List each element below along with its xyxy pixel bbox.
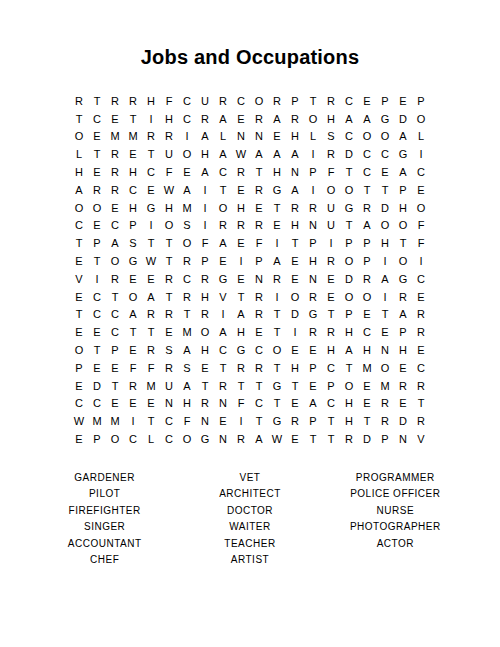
grid-cell-r15c15[interactable]: H — [322, 341, 340, 359]
grid-cell-r7c9[interactable]: O — [214, 199, 232, 217]
grid-cell-r1c2[interactable]: T — [88, 92, 106, 110]
grid-cell-r16c3[interactable]: E — [106, 359, 124, 377]
grid-cell-r15c3[interactable]: P — [106, 341, 124, 359]
grid-cell-r10c14[interactable]: H — [304, 252, 322, 270]
grid-cell-r10c4[interactable]: G — [124, 252, 142, 270]
grid-cell-r4c14[interactable]: I — [304, 145, 322, 163]
grid-cell-r19c6[interactable]: C — [160, 412, 178, 430]
grid-cell-r11c2[interactable]: I — [88, 270, 106, 288]
grid-cell-r7c16[interactable]: G — [340, 199, 358, 217]
grid-cell-r2c15[interactable]: H — [322, 110, 340, 128]
grid-cell-r20c6[interactable]: C — [160, 430, 178, 448]
grid-cell-r6c15[interactable]: O — [322, 181, 340, 199]
grid-cell-r1c6[interactable]: F — [160, 92, 178, 110]
grid-cell-r8c12[interactable]: E — [268, 217, 286, 235]
grid-cell-r13c7[interactable]: T — [178, 306, 196, 324]
grid-cell-r4c20[interactable]: I — [412, 145, 430, 163]
grid-cell-r12c14[interactable]: R — [304, 288, 322, 306]
grid-cell-r2c9[interactable]: A — [214, 110, 232, 128]
grid-cell-r9c17[interactable]: P — [358, 234, 376, 252]
grid-cell-r4c17[interactable]: C — [358, 145, 376, 163]
grid-cell-r12c16[interactable]: O — [340, 288, 358, 306]
grid-cell-r12c2[interactable]: C — [88, 288, 106, 306]
grid-cell-r20c10[interactable]: R — [232, 430, 250, 448]
grid-cell-r8c5[interactable]: I — [142, 217, 160, 235]
grid-cell-r13c14[interactable]: G — [304, 306, 322, 324]
grid-cell-r18c3[interactable]: E — [106, 395, 124, 413]
grid-cell-r6c10[interactable]: E — [232, 181, 250, 199]
grid-cell-r1c12[interactable]: R — [268, 92, 286, 110]
grid-cell-r16c12[interactable]: T — [268, 359, 286, 377]
grid-cell-r18c8[interactable]: R — [196, 395, 214, 413]
grid-cell-r7c12[interactable]: T — [268, 199, 286, 217]
grid-cell-r7c18[interactable]: D — [376, 199, 394, 217]
grid-cell-r5c8[interactable]: A — [196, 163, 214, 181]
grid-cell-r4c18[interactable]: C — [376, 145, 394, 163]
grid-cell-r8c4[interactable]: P — [124, 217, 142, 235]
grid-cell-r12c19[interactable]: R — [394, 288, 412, 306]
grid-cell-r16c14[interactable]: P — [304, 359, 322, 377]
grid-cell-r7c1[interactable]: O — [70, 199, 88, 217]
grid-cell-r9c3[interactable]: A — [106, 234, 124, 252]
grid-cell-r14c17[interactable]: C — [358, 323, 376, 341]
grid-cell-r19c14[interactable]: P — [304, 412, 322, 430]
grid-cell-r12c1[interactable]: E — [70, 288, 88, 306]
grid-cell-r9c9[interactable]: A — [214, 234, 232, 252]
grid-cell-r15c12[interactable]: O — [268, 341, 286, 359]
grid-cell-r13c6[interactable]: R — [160, 306, 178, 324]
grid-cell-r11c13[interactable]: E — [286, 270, 304, 288]
grid-cell-r15c7[interactable]: A — [178, 341, 196, 359]
grid-cell-r4c3[interactable]: R — [106, 145, 124, 163]
grid-cell-r13c8[interactable]: R — [196, 306, 214, 324]
grid-cell-r9c6[interactable]: T — [160, 234, 178, 252]
grid-cell-r1c7[interactable]: C — [178, 92, 196, 110]
grid-cell-r20c1[interactable]: E — [70, 430, 88, 448]
grid-cell-r14c14[interactable]: R — [304, 323, 322, 341]
grid-cell-r17c5[interactable]: M — [142, 377, 160, 395]
grid-cell-r18c17[interactable]: E — [358, 395, 376, 413]
grid-cell-r1c18[interactable]: P — [376, 92, 394, 110]
grid-cell-r10c12[interactable]: A — [268, 252, 286, 270]
grid-cell-r17c4[interactable]: R — [124, 377, 142, 395]
grid-cell-r18c20[interactable]: T — [412, 395, 430, 413]
grid-cell-r6c3[interactable]: R — [106, 181, 124, 199]
grid-cell-r1c19[interactable]: E — [394, 92, 412, 110]
grid-cell-r3c18[interactable]: O — [376, 128, 394, 146]
grid-cell-r6c16[interactable]: O — [340, 181, 358, 199]
grid-cell-r16c11[interactable]: R — [250, 359, 268, 377]
grid-cell-r3c13[interactable]: H — [286, 128, 304, 146]
grid-cell-r11c7[interactable]: C — [178, 270, 196, 288]
grid-cell-r9c20[interactable]: F — [412, 234, 430, 252]
grid-cell-r7c19[interactable]: H — [394, 199, 412, 217]
grid-cell-r6c8[interactable]: I — [196, 181, 214, 199]
grid-cell-r5c2[interactable]: E — [88, 163, 106, 181]
grid-cell-r18c18[interactable]: R — [376, 395, 394, 413]
grid-cell-r18c14[interactable]: A — [304, 395, 322, 413]
grid-cell-r4c6[interactable]: U — [160, 145, 178, 163]
grid-cell-r10c18[interactable]: I — [376, 252, 394, 270]
grid-cell-r6c7[interactable]: A — [178, 181, 196, 199]
grid-cell-r13c10[interactable]: A — [232, 306, 250, 324]
grid-cell-r4c19[interactable]: G — [394, 145, 412, 163]
grid-cell-r2c13[interactable]: R — [286, 110, 304, 128]
grid-cell-r20c9[interactable]: N — [214, 430, 232, 448]
grid-cell-r17c13[interactable]: T — [286, 377, 304, 395]
grid-cell-r14c5[interactable]: T — [142, 323, 160, 341]
grid-cell-r17c8[interactable]: T — [196, 377, 214, 395]
grid-cell-r10c13[interactable]: E — [286, 252, 304, 270]
grid-cell-r5c1[interactable]: H — [70, 163, 88, 181]
grid-cell-r11c14[interactable]: N — [304, 270, 322, 288]
grid-cell-r4c11[interactable]: A — [250, 145, 268, 163]
grid-cell-r12c20[interactable]: E — [412, 288, 430, 306]
grid-cell-r15c16[interactable]: A — [340, 341, 358, 359]
grid-cell-r1c10[interactable]: C — [232, 92, 250, 110]
grid-cell-r13c20[interactable]: R — [412, 306, 430, 324]
grid-cell-r7c10[interactable]: H — [232, 199, 250, 217]
grid-cell-r7c6[interactable]: H — [160, 199, 178, 217]
grid-cell-r2c1[interactable]: T — [70, 110, 88, 128]
grid-cell-r17c9[interactable]: R — [214, 377, 232, 395]
grid-cell-r2c17[interactable]: A — [358, 110, 376, 128]
grid-cell-r12c13[interactable]: O — [286, 288, 304, 306]
grid-cell-r5c14[interactable]: P — [304, 163, 322, 181]
grid-cell-r1c17[interactable]: E — [358, 92, 376, 110]
grid-cell-r18c11[interactable]: C — [250, 395, 268, 413]
grid-cell-r9c12[interactable]: I — [268, 234, 286, 252]
grid-cell-r11c6[interactable]: R — [160, 270, 178, 288]
grid-cell-r19c8[interactable]: N — [196, 412, 214, 430]
grid-cell-r7c2[interactable]: O — [88, 199, 106, 217]
grid-cell-r2c20[interactable]: O — [412, 110, 430, 128]
grid-cell-r10c17[interactable]: P — [358, 252, 376, 270]
grid-cell-r19c7[interactable]: F — [178, 412, 196, 430]
grid-cell-r19c2[interactable]: M — [88, 412, 106, 430]
grid-cell-r9c10[interactable]: E — [232, 234, 250, 252]
grid-cell-r3c16[interactable]: C — [340, 128, 358, 146]
grid-cell-r8c17[interactable]: A — [358, 217, 376, 235]
grid-cell-r20c7[interactable]: O — [178, 430, 196, 448]
grid-cell-r20c11[interactable]: A — [250, 430, 268, 448]
grid-cell-r5c12[interactable]: H — [268, 163, 286, 181]
grid-cell-r16c4[interactable]: F — [124, 359, 142, 377]
grid-cell-r17c16[interactable]: O — [340, 377, 358, 395]
grid-cell-r17c12[interactable]: G — [268, 377, 286, 395]
grid-cell-r14c15[interactable]: R — [322, 323, 340, 341]
grid-cell-r2c7[interactable]: C — [178, 110, 196, 128]
grid-cell-r19c16[interactable]: H — [340, 412, 358, 430]
grid-cell-r8c13[interactable]: H — [286, 217, 304, 235]
grid-cell-r5c10[interactable]: R — [232, 163, 250, 181]
grid-cell-r16c10[interactable]: R — [232, 359, 250, 377]
grid-cell-r7c20[interactable]: O — [412, 199, 430, 217]
grid-cell-r8c10[interactable]: R — [232, 217, 250, 235]
grid-cell-r17c17[interactable]: E — [358, 377, 376, 395]
grid-cell-r16c1[interactable]: P — [70, 359, 88, 377]
grid-cell-r19c17[interactable]: T — [358, 412, 376, 430]
grid-cell-r16c15[interactable]: C — [322, 359, 340, 377]
grid-cell-r3c10[interactable]: N — [232, 128, 250, 146]
grid-cell-r7c15[interactable]: U — [322, 199, 340, 217]
grid-cell-r18c1[interactable]: C — [70, 395, 88, 413]
grid-cell-r3c1[interactable]: O — [70, 128, 88, 146]
grid-cell-r19c9[interactable]: E — [214, 412, 232, 430]
grid-cell-r4c4[interactable]: E — [124, 145, 142, 163]
grid-cell-r10c20[interactable]: I — [412, 252, 430, 270]
grid-cell-r8c20[interactable]: F — [412, 217, 430, 235]
grid-cell-r12c4[interactable]: O — [124, 288, 142, 306]
grid-cell-r11c4[interactable]: E — [124, 270, 142, 288]
grid-cell-r6c5[interactable]: E — [142, 181, 160, 199]
grid-cell-r12c17[interactable]: O — [358, 288, 376, 306]
grid-cell-r19c11[interactable]: T — [250, 412, 268, 430]
grid-cell-r4c1[interactable]: L — [70, 145, 88, 163]
grid-cell-r1c11[interactable]: O — [250, 92, 268, 110]
grid-cell-r3c2[interactable]: E — [88, 128, 106, 146]
grid-cell-r14c9[interactable]: A — [214, 323, 232, 341]
grid-cell-r17c15[interactable]: P — [322, 377, 340, 395]
grid-cell-r14c4[interactable]: T — [124, 323, 142, 341]
grid-cell-r8c15[interactable]: U — [322, 217, 340, 235]
grid-cell-r9c13[interactable]: T — [286, 234, 304, 252]
grid-cell-r3c9[interactable]: L — [214, 128, 232, 146]
grid-cell-r6c14[interactable]: I — [304, 181, 322, 199]
grid-cell-r14c7[interactable]: M — [178, 323, 196, 341]
grid-cell-r6c2[interactable]: R — [88, 181, 106, 199]
grid-cell-r6c11[interactable]: R — [250, 181, 268, 199]
grid-cell-r16c8[interactable]: E — [196, 359, 214, 377]
grid-cell-r9c7[interactable]: O — [178, 234, 196, 252]
grid-cell-r13c5[interactable]: R — [142, 306, 160, 324]
grid-cell-r12c6[interactable]: T — [160, 288, 178, 306]
grid-cell-r17c6[interactable]: U — [160, 377, 178, 395]
grid-cell-r20c17[interactable]: D — [358, 430, 376, 448]
grid-cell-r13c15[interactable]: T — [322, 306, 340, 324]
grid-cell-r13c4[interactable]: A — [124, 306, 142, 324]
grid-cell-r18c12[interactable]: T — [268, 395, 286, 413]
grid-cell-r1c20[interactable]: P — [412, 92, 430, 110]
grid-cell-r15c8[interactable]: H — [196, 341, 214, 359]
grid-cell-r6c20[interactable]: E — [412, 181, 430, 199]
grid-cell-r16c16[interactable]: T — [340, 359, 358, 377]
grid-cell-r13c3[interactable]: C — [106, 306, 124, 324]
grid-cell-r8c7[interactable]: S — [178, 217, 196, 235]
grid-cell-r15c5[interactable]: R — [142, 341, 160, 359]
grid-cell-r18c9[interactable]: N — [214, 395, 232, 413]
grid-cell-r2c8[interactable]: R — [196, 110, 214, 128]
grid-cell-r12c9[interactable]: V — [214, 288, 232, 306]
grid-cell-r14c10[interactable]: H — [232, 323, 250, 341]
grid-cell-r15c2[interactable]: T — [88, 341, 106, 359]
grid-cell-r18c7[interactable]: H — [178, 395, 196, 413]
grid-cell-r2c4[interactable]: T — [124, 110, 142, 128]
grid-cell-r17c2[interactable]: D — [88, 377, 106, 395]
grid-cell-r8c16[interactable]: T — [340, 217, 358, 235]
grid-cell-r14c11[interactable]: E — [250, 323, 268, 341]
grid-cell-r10c6[interactable]: T — [160, 252, 178, 270]
grid-cell-r10c5[interactable]: W — [142, 252, 160, 270]
grid-cell-r13c9[interactable]: I — [214, 306, 232, 324]
grid-cell-r7c17[interactable]: R — [358, 199, 376, 217]
grid-cell-r17c1[interactable]: E — [70, 377, 88, 395]
grid-cell-r8c6[interactable]: O — [160, 217, 178, 235]
grid-cell-r9c11[interactable]: F — [250, 234, 268, 252]
grid-cell-r15c11[interactable]: C — [250, 341, 268, 359]
grid-cell-r20c15[interactable]: T — [322, 430, 340, 448]
grid-cell-r19c18[interactable]: R — [376, 412, 394, 430]
grid-cell-r2c2[interactable]: C — [88, 110, 106, 128]
grid-cell-r1c13[interactable]: P — [286, 92, 304, 110]
grid-cell-r16c18[interactable]: O — [376, 359, 394, 377]
grid-cell-r2c6[interactable]: H — [160, 110, 178, 128]
grid-cell-r18c4[interactable]: E — [124, 395, 142, 413]
grid-cell-r6c1[interactable]: A — [70, 181, 88, 199]
grid-cell-r5c19[interactable]: A — [394, 163, 412, 181]
grid-cell-r3c7[interactable]: I — [178, 128, 196, 146]
grid-cell-r6c17[interactable]: T — [358, 181, 376, 199]
grid-cell-r3c19[interactable]: A — [394, 128, 412, 146]
grid-cell-r9c1[interactable]: T — [70, 234, 88, 252]
grid-cell-r4c2[interactable]: T — [88, 145, 106, 163]
grid-cell-r19c19[interactable]: D — [394, 412, 412, 430]
grid-cell-r10c1[interactable]: E — [70, 252, 88, 270]
grid-cell-r8c11[interactable]: R — [250, 217, 268, 235]
grid-cell-r15c1[interactable]: O — [70, 341, 88, 359]
grid-cell-r12c11[interactable]: R — [250, 288, 268, 306]
grid-cell-r10c10[interactable]: I — [232, 252, 250, 270]
grid-cell-r2c16[interactable]: A — [340, 110, 358, 128]
grid-cell-r1c9[interactable]: R — [214, 92, 232, 110]
grid-cell-r3c17[interactable]: O — [358, 128, 376, 146]
grid-cell-r7c14[interactable]: R — [304, 199, 322, 217]
grid-cell-r8c3[interactable]: C — [106, 217, 124, 235]
grid-cell-r3c5[interactable]: R — [142, 128, 160, 146]
grid-cell-r1c1[interactable]: R — [70, 92, 88, 110]
grid-cell-r2c11[interactable]: R — [250, 110, 268, 128]
grid-cell-r11c18[interactable]: A — [376, 270, 394, 288]
grid-cell-r4c8[interactable]: H — [196, 145, 214, 163]
grid-cell-r11c3[interactable]: R — [106, 270, 124, 288]
grid-cell-r1c8[interactable]: U — [196, 92, 214, 110]
grid-cell-r5c17[interactable]: C — [358, 163, 376, 181]
grid-cell-r14c18[interactable]: E — [376, 323, 394, 341]
grid-cell-r5c7[interactable]: E — [178, 163, 196, 181]
grid-cell-r14c12[interactable]: T — [268, 323, 286, 341]
grid-cell-r5c18[interactable]: E — [376, 163, 394, 181]
grid-cell-r13c11[interactable]: R — [250, 306, 268, 324]
grid-cell-r10c15[interactable]: R — [322, 252, 340, 270]
grid-cell-r1c14[interactable]: T — [304, 92, 322, 110]
grid-cell-r6c4[interactable]: C — [124, 181, 142, 199]
grid-cell-r16c17[interactable]: M — [358, 359, 376, 377]
grid-cell-r20c5[interactable]: L — [142, 430, 160, 448]
grid-cell-r2c18[interactable]: G — [376, 110, 394, 128]
grid-cell-r9c2[interactable]: P — [88, 234, 106, 252]
grid-cell-r8c19[interactable]: O — [394, 217, 412, 235]
grid-cell-r14c20[interactable]: R — [412, 323, 430, 341]
grid-cell-r9c8[interactable]: F — [196, 234, 214, 252]
grid-cell-r20c12[interactable]: W — [268, 430, 286, 448]
grid-cell-r5c13[interactable]: N — [286, 163, 304, 181]
grid-cell-r10c3[interactable]: O — [106, 252, 124, 270]
grid-cell-r2c14[interactable]: O — [304, 110, 322, 128]
grid-cell-r11c8[interactable]: R — [196, 270, 214, 288]
grid-cell-r18c2[interactable]: C — [88, 395, 106, 413]
grid-cell-r2c5[interactable]: I — [142, 110, 160, 128]
grid-cell-r3c14[interactable]: L — [304, 128, 322, 146]
grid-cell-r20c16[interactable]: R — [340, 430, 358, 448]
grid-cell-r18c13[interactable]: E — [286, 395, 304, 413]
grid-cell-r9c15[interactable]: I — [322, 234, 340, 252]
grid-cell-r9c5[interactable]: T — [142, 234, 160, 252]
grid-cell-r9c16[interactable]: P — [340, 234, 358, 252]
grid-cell-r12c10[interactable]: T — [232, 288, 250, 306]
grid-cell-r4c15[interactable]: R — [322, 145, 340, 163]
grid-cell-r2c10[interactable]: E — [232, 110, 250, 128]
grid-cell-r11c12[interactable]: R — [268, 270, 286, 288]
grid-cell-r15c19[interactable]: H — [394, 341, 412, 359]
grid-cell-r20c13[interactable]: E — [286, 430, 304, 448]
grid-cell-r9c18[interactable]: H — [376, 234, 394, 252]
grid-cell-r4c13[interactable]: A — [286, 145, 304, 163]
grid-cell-r14c6[interactable]: E — [160, 323, 178, 341]
grid-cell-r15c18[interactable]: N — [376, 341, 394, 359]
grid-cell-r10c2[interactable]: T — [88, 252, 106, 270]
grid-cell-r9c19[interactable]: T — [394, 234, 412, 252]
grid-cell-r4c7[interactable]: O — [178, 145, 196, 163]
grid-cell-r17c10[interactable]: T — [232, 377, 250, 395]
grid-cell-r7c11[interactable]: E — [250, 199, 268, 217]
grid-cell-r3c12[interactable]: E — [268, 128, 286, 146]
grid-cell-r11c9[interactable]: G — [214, 270, 232, 288]
grid-cell-r1c5[interactable]: H — [142, 92, 160, 110]
grid-cell-r5c9[interactable]: C — [214, 163, 232, 181]
grid-cell-r16c19[interactable]: E — [394, 359, 412, 377]
grid-cell-r19c5[interactable]: T — [142, 412, 160, 430]
grid-cell-r11c17[interactable]: R — [358, 270, 376, 288]
grid-cell-r16c9[interactable]: T — [214, 359, 232, 377]
grid-cell-r13c17[interactable]: E — [358, 306, 376, 324]
grid-cell-r10c9[interactable]: E — [214, 252, 232, 270]
grid-cell-r20c14[interactable]: T — [304, 430, 322, 448]
grid-cell-r4c10[interactable]: W — [232, 145, 250, 163]
grid-cell-r10c11[interactable]: P — [250, 252, 268, 270]
grid-cell-r19c4[interactable]: I — [124, 412, 142, 430]
grid-cell-r1c4[interactable]: R — [124, 92, 142, 110]
grid-cell-r6c13[interactable]: A — [286, 181, 304, 199]
grid-cell-r17c11[interactable]: T — [250, 377, 268, 395]
grid-cell-r19c15[interactable]: T — [322, 412, 340, 430]
grid-cell-r17c3[interactable]: T — [106, 377, 124, 395]
grid-cell-r16c5[interactable]: F — [142, 359, 160, 377]
grid-cell-r15c14[interactable]: E — [304, 341, 322, 359]
grid-cell-r12c3[interactable]: T — [106, 288, 124, 306]
grid-cell-r4c16[interactable]: D — [340, 145, 358, 163]
grid-cell-r14c2[interactable]: E — [88, 323, 106, 341]
grid-cell-r13c16[interactable]: P — [340, 306, 358, 324]
grid-cell-r12c18[interactable]: I — [376, 288, 394, 306]
grid-cell-r20c3[interactable]: O — [106, 430, 124, 448]
grid-cell-r11c10[interactable]: E — [232, 270, 250, 288]
grid-cell-r8c2[interactable]: E — [88, 217, 106, 235]
grid-cell-r14c19[interactable]: P — [394, 323, 412, 341]
grid-cell-r16c2[interactable]: E — [88, 359, 106, 377]
grid-cell-r10c19[interactable]: O — [394, 252, 412, 270]
grid-cell-r20c4[interactable]: C — [124, 430, 142, 448]
grid-cell-r11c15[interactable]: E — [322, 270, 340, 288]
